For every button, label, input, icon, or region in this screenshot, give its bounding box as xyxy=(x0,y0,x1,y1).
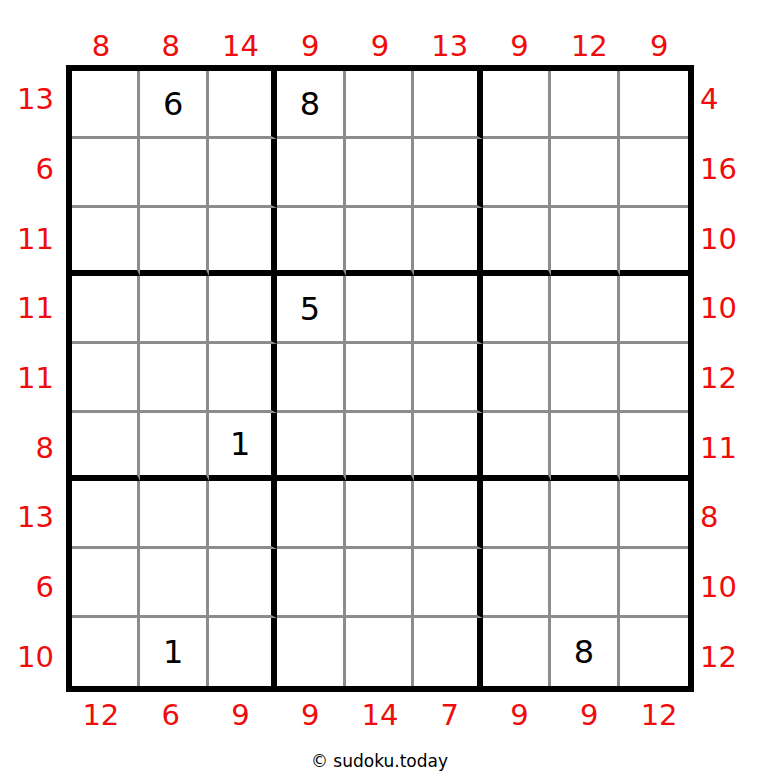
cell-r7c8[interactable] xyxy=(551,481,619,549)
cell-r6c3-given[interactable]: 1 xyxy=(209,413,277,481)
cell-r5c8[interactable] xyxy=(551,344,619,412)
clue-top-1: 8 xyxy=(66,29,136,63)
cell-r4c6[interactable] xyxy=(414,276,482,344)
clue-top-7: 9 xyxy=(485,29,555,63)
clue-right-5: 12 xyxy=(698,344,759,414)
cell-r5c6[interactable] xyxy=(414,344,482,412)
clue-top-3: 14 xyxy=(206,29,276,63)
cell-r3c2[interactable] xyxy=(140,208,208,276)
cell-r9c5[interactable] xyxy=(346,618,414,686)
cell-r7c2[interactable] xyxy=(140,481,208,549)
clue-right-7: 8 xyxy=(698,483,759,553)
puzzle-canvas: 881499139129 136111111813610 685118 4161… xyxy=(0,0,759,779)
clues-bottom: 126991479912 xyxy=(66,698,694,732)
clue-right-4: 10 xyxy=(698,274,759,344)
cell-r7c4[interactable] xyxy=(277,481,345,549)
cell-r2c1[interactable] xyxy=(72,139,140,207)
cell-r5c9[interactable] xyxy=(620,344,688,412)
cell-r9c8-given[interactable]: 8 xyxy=(551,618,619,686)
cell-r5c7[interactable] xyxy=(483,344,551,412)
cell-r2c7[interactable] xyxy=(483,139,551,207)
cell-r1c4-given[interactable]: 8 xyxy=(277,71,345,139)
cell-r8c7[interactable] xyxy=(483,549,551,617)
clue-bottom-5: 14 xyxy=(345,698,415,732)
cell-r8c6[interactable] xyxy=(414,549,482,617)
clues-left: 136111111813610 xyxy=(0,65,60,692)
clue-left-3: 11 xyxy=(0,204,60,274)
cell-r6c7[interactable] xyxy=(483,413,551,481)
cell-r8c1[interactable] xyxy=(72,549,140,617)
clue-bottom-6: 7 xyxy=(415,698,485,732)
clue-left-5: 11 xyxy=(0,344,60,414)
cell-r7c6[interactable] xyxy=(414,481,482,549)
copyright-text: © sudoku.today xyxy=(0,751,759,771)
cell-r9c9[interactable] xyxy=(620,618,688,686)
cell-r1c6[interactable] xyxy=(414,71,482,139)
cell-r3c4[interactable] xyxy=(277,208,345,276)
cell-r5c5[interactable] xyxy=(346,344,414,412)
cell-r6c1[interactable] xyxy=(72,413,140,481)
cell-r5c1[interactable] xyxy=(72,344,140,412)
cell-r1c5[interactable] xyxy=(346,71,414,139)
cell-r6c2[interactable] xyxy=(140,413,208,481)
cell-r6c5[interactable] xyxy=(346,413,414,481)
clue-bottom-2: 6 xyxy=(136,698,206,732)
cell-r4c7[interactable] xyxy=(483,276,551,344)
cell-r3c9[interactable] xyxy=(620,208,688,276)
clue-left-1: 13 xyxy=(0,65,60,135)
cell-r4c8[interactable] xyxy=(551,276,619,344)
clues-top: 881499139129 xyxy=(66,29,694,63)
clue-right-8: 10 xyxy=(698,553,759,623)
cell-r1c1[interactable] xyxy=(72,71,140,139)
clue-right-1: 4 xyxy=(698,65,759,135)
cell-r7c5[interactable] xyxy=(346,481,414,549)
cell-r9c2-given[interactable]: 1 xyxy=(140,618,208,686)
cell-r8c2[interactable] xyxy=(140,549,208,617)
clue-top-9: 9 xyxy=(624,29,694,63)
cell-r5c4[interactable] xyxy=(277,344,345,412)
cell-r9c3[interactable] xyxy=(209,618,277,686)
cell-r8c8[interactable] xyxy=(551,549,619,617)
cell-r4c2[interactable] xyxy=(140,276,208,344)
cell-r2c8[interactable] xyxy=(551,139,619,207)
cell-r4c9[interactable] xyxy=(620,276,688,344)
clue-bottom-8: 9 xyxy=(554,698,624,732)
cell-r3c5[interactable] xyxy=(346,208,414,276)
cell-r6c4[interactable] xyxy=(277,413,345,481)
cell-r9c4[interactable] xyxy=(277,618,345,686)
cell-r2c9[interactable] xyxy=(620,139,688,207)
cell-r6c8[interactable] xyxy=(551,413,619,481)
sudoku-board: 685118 xyxy=(66,65,694,692)
cell-r9c1[interactable] xyxy=(72,618,140,686)
cell-r6c6[interactable] xyxy=(414,413,482,481)
clue-bottom-4: 9 xyxy=(275,698,345,732)
cell-r2c5[interactable] xyxy=(346,139,414,207)
cell-r9c7[interactable] xyxy=(483,618,551,686)
cell-r6c9[interactable] xyxy=(620,413,688,481)
cell-r5c3[interactable] xyxy=(209,344,277,412)
cell-r3c8[interactable] xyxy=(551,208,619,276)
clue-left-6: 8 xyxy=(0,413,60,483)
clue-bottom-7: 9 xyxy=(485,698,555,732)
cell-r2c3[interactable] xyxy=(209,139,277,207)
clue-bottom-1: 12 xyxy=(66,698,136,732)
cell-r3c1[interactable] xyxy=(72,208,140,276)
cell-r4c3[interactable] xyxy=(209,276,277,344)
cell-r1c8[interactable] xyxy=(551,71,619,139)
cell-r9c6[interactable] xyxy=(414,618,482,686)
cell-r3c3[interactable] xyxy=(209,208,277,276)
cell-r7c1[interactable] xyxy=(72,481,140,549)
clue-left-4: 11 xyxy=(0,274,60,344)
cell-r8c5[interactable] xyxy=(346,549,414,617)
clue-left-9: 10 xyxy=(0,622,60,692)
clue-left-2: 6 xyxy=(0,135,60,205)
cell-r1c3[interactable] xyxy=(209,71,277,139)
cell-r8c9[interactable] xyxy=(620,549,688,617)
cell-r3c6[interactable] xyxy=(414,208,482,276)
cell-r8c3[interactable] xyxy=(209,549,277,617)
cell-r3c7[interactable] xyxy=(483,208,551,276)
cell-r1c2-given[interactable]: 6 xyxy=(140,71,208,139)
clue-top-6: 13 xyxy=(415,29,485,63)
cell-r5c2[interactable] xyxy=(140,344,208,412)
clue-left-7: 13 xyxy=(0,483,60,553)
cell-r1c9[interactable] xyxy=(620,71,688,139)
clue-left-8: 6 xyxy=(0,553,60,623)
clue-top-2: 8 xyxy=(136,29,206,63)
cell-r2c2[interactable] xyxy=(140,139,208,207)
cell-r4c5[interactable] xyxy=(346,276,414,344)
clues-right: 4161010121181012 xyxy=(698,65,759,692)
clue-bottom-9: 12 xyxy=(624,698,694,732)
cell-r2c6[interactable] xyxy=(414,139,482,207)
cell-r7c3[interactable] xyxy=(209,481,277,549)
cell-r4c4-given[interactable]: 5 xyxy=(277,276,345,344)
clue-top-5: 9 xyxy=(345,29,415,63)
clue-right-3: 10 xyxy=(698,204,759,274)
clue-top-8: 12 xyxy=(554,29,624,63)
clue-bottom-3: 9 xyxy=(206,698,276,732)
cell-r7c7[interactable] xyxy=(483,481,551,549)
cell-r8c4[interactable] xyxy=(277,549,345,617)
cell-r7c9[interactable] xyxy=(620,481,688,549)
clue-right-9: 12 xyxy=(698,622,759,692)
cell-r2c4[interactable] xyxy=(277,139,345,207)
clue-right-2: 16 xyxy=(698,135,759,205)
clue-top-4: 9 xyxy=(275,29,345,63)
cell-r1c7[interactable] xyxy=(483,71,551,139)
cell-r4c1[interactable] xyxy=(72,276,140,344)
clue-right-6: 11 xyxy=(698,413,759,483)
